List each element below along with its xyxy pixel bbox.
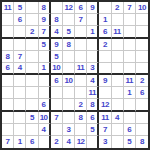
cell-r4c3-empty[interactable]: [26, 39, 38, 51]
cell-r6c6-empty[interactable]: [63, 63, 75, 75]
cell-r2c6-empty[interactable]: [63, 14, 75, 26]
cell-r10c9-given[interactable]: 11: [99, 112, 111, 124]
cell-r6c5-given[interactable]: 10: [51, 63, 63, 75]
cell-r3c8-given[interactable]: 1: [87, 26, 99, 38]
cell-r3c2-empty[interactable]: [14, 26, 26, 38]
cell-r10c4-given[interactable]: 10: [39, 112, 51, 124]
cell-r12c1-given[interactable]: 7: [2, 136, 14, 148]
cell-r12c2-given[interactable]: 1: [14, 136, 26, 148]
cell-r12c5-given[interactable]: 2: [51, 136, 63, 148]
cell-r8c2-empty[interactable]: [14, 87, 26, 99]
cell-r12c6-given[interactable]: 4: [63, 136, 75, 148]
cell-r8c3-empty[interactable]: [26, 87, 38, 99]
cell-r4c6-given[interactable]: 8: [63, 39, 75, 51]
cell-r6c8-given[interactable]: 3: [87, 63, 99, 75]
cell-r10c7-given[interactable]: 8: [75, 112, 87, 124]
cell-r10c10-given[interactable]: 4: [112, 112, 124, 124]
cell-r2c8-empty[interactable]: [87, 14, 99, 26]
cell-r10c3-given[interactable]: 5: [26, 112, 38, 124]
cell-r5c11-empty[interactable]: [124, 51, 136, 63]
cell-r6c7-given[interactable]: 11: [75, 63, 87, 75]
cell-r9c8-given[interactable]: 8: [87, 99, 99, 111]
cell-r7c8-given[interactable]: 4: [87, 75, 99, 87]
cell-r10c1-empty[interactable]: [2, 112, 14, 124]
cell-r11c8-given[interactable]: 5: [87, 124, 99, 136]
cell-r3c9-given[interactable]: 6: [99, 26, 111, 38]
cell-r9c11-empty[interactable]: [124, 99, 136, 111]
cell-r12c10-empty[interactable]: [112, 136, 124, 148]
cell-r4c4-given[interactable]: 5: [39, 39, 51, 51]
cell-r2c2-given[interactable]: 6: [14, 14, 26, 26]
cell-r1c5-empty[interactable]: [51, 2, 63, 14]
cell-r12c12-given[interactable]: 8: [136, 136, 148, 148]
cell-r1c4-given[interactable]: 8: [39, 2, 51, 14]
cell-r11c3-empty[interactable]: [26, 124, 38, 136]
cell-r11c12-empty[interactable]: [136, 124, 148, 136]
cell-r5c4-empty[interactable]: [39, 51, 51, 63]
cell-r4c1-empty[interactable]: [2, 39, 14, 51]
cell-r12c7-given[interactable]: 12: [75, 136, 87, 148]
cell-r2c12-empty[interactable]: [136, 14, 148, 26]
cell-r11c1-empty[interactable]: [2, 124, 14, 136]
cell-r6c2-given[interactable]: 4: [14, 63, 26, 75]
cell-r11c10-empty[interactable]: [112, 124, 124, 136]
cell-r1c3-empty[interactable]: [26, 2, 38, 14]
cell-r2c3-empty[interactable]: [26, 14, 38, 26]
cell-r12c4-empty[interactable]: [39, 136, 51, 148]
cell-r9c7-given[interactable]: 2: [75, 99, 87, 111]
cell-r1c10-given[interactable]: 2: [112, 2, 124, 14]
cell-r4c9-given[interactable]: 2: [99, 39, 111, 51]
cell-r10c5-given[interactable]: 7: [51, 112, 63, 124]
cell-r4c2-empty[interactable]: [14, 39, 26, 51]
cell-r6c11-empty[interactable]: [124, 63, 136, 75]
cell-r1c1-given[interactable]: 11: [2, 2, 14, 14]
cell-r12c8-empty[interactable]: [87, 136, 99, 148]
cell-r5c6-empty[interactable]: [63, 51, 75, 63]
cell-r5c2-given[interactable]: 7: [14, 51, 26, 63]
cell-r3c11-empty[interactable]: [124, 26, 136, 38]
cell-r1c12-given[interactable]: 10: [136, 2, 148, 14]
cell-r7c12-given[interactable]: 2: [136, 75, 148, 87]
cell-r8c11-given[interactable]: 1: [124, 87, 136, 99]
cell-r1c8-given[interactable]: 9: [87, 2, 99, 14]
cell-r8c9-empty[interactable]: [99, 87, 111, 99]
cell-r6c9-empty[interactable]: [99, 63, 111, 75]
cell-r1c11-given[interactable]: 7: [124, 2, 136, 14]
cell-r2c9-given[interactable]: 1: [99, 14, 111, 26]
cell-r2c5-given[interactable]: 8: [51, 14, 63, 26]
cell-r5c10-empty[interactable]: [112, 51, 124, 63]
cell-r5c7-empty[interactable]: [75, 51, 87, 63]
cell-r2c4-given[interactable]: 9: [39, 14, 51, 26]
cell-r5c3-empty[interactable]: [26, 51, 38, 63]
cell-r1c2-given[interactable]: 5: [14, 2, 26, 14]
cell-r11c11-given[interactable]: 6: [124, 124, 136, 136]
cell-r8c7-empty[interactable]: [75, 87, 87, 99]
cell-r3c4-given[interactable]: 7: [39, 26, 51, 38]
cell-r9c9-given[interactable]: 12: [99, 99, 111, 111]
cell-r9c10-empty[interactable]: [112, 99, 124, 111]
cell-r7c4-empty[interactable]: [39, 75, 51, 87]
cell-r6c3-empty[interactable]: [26, 63, 38, 75]
cell-r4c10-empty[interactable]: [112, 39, 124, 51]
cell-r1c6-given[interactable]: 12: [63, 2, 75, 14]
cell-r5c5-given[interactable]: 5: [51, 51, 63, 63]
cell-r8c5-empty[interactable]: [51, 87, 63, 99]
cell-r8c12-given[interactable]: 6: [136, 87, 148, 99]
cell-r11c4-given[interactable]: 4: [39, 124, 51, 136]
cell-r4c11-empty[interactable]: [124, 39, 136, 51]
cell-r3c10-given[interactable]: 11: [112, 26, 124, 38]
cell-r4c7-empty[interactable]: [75, 39, 87, 51]
cell-r9c4-given[interactable]: 6: [39, 99, 51, 111]
cell-r8c8-given[interactable]: 11: [87, 87, 99, 99]
cell-r2c7-given[interactable]: 7: [75, 14, 87, 26]
cell-r10c2-empty[interactable]: [14, 112, 26, 124]
cell-r7c11-given[interactable]: 11: [124, 75, 136, 87]
cell-r12c9-given[interactable]: 3: [99, 136, 111, 148]
cell-r3c7-empty[interactable]: [75, 26, 87, 38]
cell-r10c6-empty[interactable]: [63, 112, 75, 124]
cell-r11c7-empty[interactable]: [75, 124, 87, 136]
cell-r5c9-empty[interactable]: [99, 51, 111, 63]
cell-r3c5-given[interactable]: 4: [51, 26, 63, 38]
cell-r11c9-given[interactable]: 7: [99, 124, 111, 136]
cell-r5c1-given[interactable]: 8: [2, 51, 14, 63]
cell-r8c1-empty[interactable]: [2, 87, 14, 99]
cell-r10c8-given[interactable]: 6: [87, 112, 99, 124]
cell-r8c10-empty[interactable]: [112, 87, 124, 99]
sudoku-board: 1158126927106987127451611598287564110113…: [0, 0, 150, 150]
cell-r6c1-given[interactable]: 6: [2, 63, 14, 75]
cell-r9c2-empty[interactable]: [14, 99, 26, 111]
cell-r7c10-empty[interactable]: [112, 75, 124, 87]
cell-r11c2-empty[interactable]: [14, 124, 26, 136]
cell-r9c6-empty[interactable]: [63, 99, 75, 111]
cell-r6c10-empty[interactable]: [112, 63, 124, 75]
cell-r10c11-empty[interactable]: [124, 112, 136, 124]
cell-r3c1-empty[interactable]: [2, 26, 14, 38]
cell-r1c7-given[interactable]: 6: [75, 2, 87, 14]
cell-r12c3-given[interactable]: 6: [26, 136, 38, 148]
cell-r5c12-empty[interactable]: [136, 51, 148, 63]
cell-r4c8-empty[interactable]: [87, 39, 99, 51]
cell-r9c12-empty[interactable]: [136, 99, 148, 111]
cell-r7c3-empty[interactable]: [26, 75, 38, 87]
cell-r7c5-given[interactable]: 6: [51, 75, 63, 87]
cell-r2c10-empty[interactable]: [112, 14, 124, 26]
cell-r1c9-empty[interactable]: [99, 2, 111, 14]
cell-r5c8-empty[interactable]: [87, 51, 99, 63]
cell-r2c1-empty[interactable]: [2, 14, 14, 26]
cell-r11c5-empty[interactable]: [51, 124, 63, 136]
cell-r7c7-empty[interactable]: [75, 75, 87, 87]
cell-r7c9-given[interactable]: 9: [99, 75, 111, 87]
cell-r2c11-empty[interactable]: [124, 14, 136, 26]
cell-r10c12-empty[interactable]: [136, 112, 148, 124]
cell-r6c4-given[interactable]: 1: [39, 63, 51, 75]
cell-r9c5-empty[interactable]: [51, 99, 63, 111]
cell-r6c12-empty[interactable]: [136, 63, 148, 75]
cell-r12c11-given[interactable]: 5: [124, 136, 136, 148]
cell-r9c3-empty[interactable]: [26, 99, 38, 111]
cell-r9c1-empty[interactable]: [2, 99, 14, 111]
cell-r3c12-empty[interactable]: [136, 26, 148, 38]
cell-r7c6-given[interactable]: 10: [63, 75, 75, 87]
cell-r7c2-empty[interactable]: [14, 75, 26, 87]
cell-r3c3-given[interactable]: 2: [26, 26, 38, 38]
cell-r11c6-given[interactable]: 3: [63, 124, 75, 136]
cell-r4c5-given[interactable]: 9: [51, 39, 63, 51]
cell-r7c1-empty[interactable]: [2, 75, 14, 87]
cell-r4c12-empty[interactable]: [136, 39, 148, 51]
cell-r3c6-given[interactable]: 5: [63, 26, 75, 38]
cell-r8c6-empty[interactable]: [63, 87, 75, 99]
cell-r8c4-empty[interactable]: [39, 87, 51, 99]
